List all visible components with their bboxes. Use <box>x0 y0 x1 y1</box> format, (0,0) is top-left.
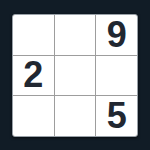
cell-r0c0[interactable] <box>13 15 54 55</box>
cell-r1c1[interactable] <box>55 56 96 96</box>
cell-r2c2[interactable]: 5 <box>96 96 137 136</box>
sudoku-board: 9 2 5 <box>12 14 138 137</box>
cell-r2c0[interactable] <box>13 96 54 136</box>
cell-r0c1[interactable] <box>55 15 96 55</box>
cell-r0c2[interactable]: 9 <box>96 15 137 55</box>
cell-r1c2[interactable] <box>96 56 137 96</box>
cell-r2c1[interactable] <box>55 96 96 136</box>
cell-r1c0[interactable]: 2 <box>13 56 54 96</box>
